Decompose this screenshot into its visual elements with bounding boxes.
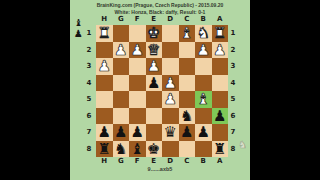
file-label-b: B bbox=[195, 15, 212, 24]
white-bishop: ♝ bbox=[195, 91, 212, 108]
square-c1[interactable]: ♝ bbox=[179, 25, 196, 42]
video-frame: BrainKing.com (Prague, Czech Republic) -… bbox=[0, 0, 320, 180]
black-king: ♚ bbox=[146, 141, 163, 158]
rank-label-7: 7 bbox=[229, 124, 237, 141]
white-pawn: ♟ bbox=[212, 42, 229, 59]
white-pawn: ♟ bbox=[129, 42, 146, 59]
captured-black-pieces-tray: ♝♟ bbox=[74, 17, 83, 39]
file-label-c: C bbox=[179, 15, 196, 24]
black-knight: ♞ bbox=[179, 108, 196, 125]
rank-label-8: 8 bbox=[85, 141, 93, 158]
white-pawn: ♟ bbox=[162, 75, 179, 92]
square-a1[interactable]: ♜ bbox=[212, 25, 229, 42]
square-d4[interactable]: ♟ bbox=[162, 75, 179, 92]
rank-label-6: 6 bbox=[85, 108, 93, 125]
square-g7[interactable]: ♟ bbox=[113, 124, 130, 141]
black-knight: ♞ bbox=[113, 141, 130, 158]
rank-label-5: 5 bbox=[229, 91, 237, 108]
square-c5[interactable] bbox=[179, 91, 196, 108]
square-h8[interactable]: ♜ bbox=[96, 141, 113, 158]
rank-label-4: 4 bbox=[229, 75, 237, 92]
square-g4[interactable] bbox=[113, 75, 130, 92]
square-f2[interactable]: ♟ bbox=[129, 42, 146, 59]
square-a6[interactable]: ♟ bbox=[212, 108, 229, 125]
square-h5[interactable] bbox=[96, 91, 113, 108]
square-a4[interactable] bbox=[212, 75, 229, 92]
rank-label-3: 3 bbox=[85, 58, 93, 75]
black-pawn: ♟ bbox=[113, 124, 130, 141]
square-g5[interactable] bbox=[113, 91, 130, 108]
square-f6[interactable] bbox=[129, 108, 146, 125]
square-g3[interactable] bbox=[113, 58, 130, 75]
square-d2[interactable] bbox=[162, 42, 179, 59]
rank-labels-right: 12345678 bbox=[229, 25, 237, 157]
black-pawn: ♟ bbox=[146, 75, 163, 92]
rank-label-4: 4 bbox=[85, 75, 93, 92]
file-labels-bottom: HGFEDCBA bbox=[96, 157, 228, 166]
black-rook: ♜ bbox=[212, 141, 229, 158]
square-h7[interactable]: ♟ bbox=[96, 124, 113, 141]
white-king: ♚ bbox=[146, 25, 163, 42]
square-b3[interactable] bbox=[195, 58, 212, 75]
black-pawn: ♟ bbox=[212, 108, 229, 125]
square-b1[interactable]: ♞ bbox=[195, 25, 212, 42]
rank-label-1: 1 bbox=[85, 25, 93, 42]
square-b4[interactable] bbox=[195, 75, 212, 92]
rank-label-5: 5 bbox=[85, 91, 93, 108]
square-a2[interactable]: ♟ bbox=[212, 42, 229, 59]
square-e1[interactable]: ♚ bbox=[146, 25, 163, 42]
file-label-g: G bbox=[113, 15, 130, 24]
square-c3[interactable] bbox=[179, 58, 196, 75]
rank-labels-left: 12345678 bbox=[85, 25, 93, 157]
square-g1[interactable] bbox=[113, 25, 130, 42]
black-pawn: ♟ bbox=[195, 124, 212, 141]
white-pawn: ♟ bbox=[113, 42, 130, 59]
file-label-e: E bbox=[146, 15, 163, 24]
square-b2[interactable]: ♟ bbox=[195, 42, 212, 59]
square-e8[interactable]: ♚ bbox=[146, 141, 163, 158]
rank-label-1: 1 bbox=[229, 25, 237, 42]
square-c2[interactable] bbox=[179, 42, 196, 59]
rank-label-2: 2 bbox=[229, 42, 237, 59]
square-f7[interactable]: ♟ bbox=[129, 124, 146, 141]
square-e5[interactable] bbox=[146, 91, 163, 108]
square-h6[interactable] bbox=[96, 108, 113, 125]
rank-label-8: 8 bbox=[229, 141, 237, 158]
square-h3[interactable]: ♟ bbox=[96, 58, 113, 75]
rank-label-7: 7 bbox=[85, 124, 93, 141]
file-label-e: E bbox=[146, 157, 163, 166]
square-g6[interactable] bbox=[113, 108, 130, 125]
move-caption: 9......axb5 bbox=[70, 166, 250, 172]
square-f5[interactable] bbox=[129, 91, 146, 108]
chess-diagram: BrainKing.com (Prague, Czech Republic) -… bbox=[70, 0, 250, 180]
square-d3[interactable] bbox=[162, 58, 179, 75]
white-queen: ♛ bbox=[146, 42, 163, 59]
file-label-a: A bbox=[212, 15, 229, 24]
square-b8[interactable] bbox=[195, 141, 212, 158]
captured-white-knight: ♞ bbox=[238, 139, 247, 150]
square-f3[interactable] bbox=[129, 58, 146, 75]
square-e6[interactable] bbox=[146, 108, 163, 125]
file-label-b: B bbox=[195, 157, 212, 166]
square-d8[interactable] bbox=[162, 141, 179, 158]
black-pawn: ♟ bbox=[129, 124, 146, 141]
file-label-h: H bbox=[96, 157, 113, 166]
square-a8[interactable]: ♜ bbox=[212, 141, 229, 158]
white-knight: ♞ bbox=[195, 25, 212, 42]
square-e3[interactable]: ♟ bbox=[146, 58, 163, 75]
black-pawn: ♟ bbox=[179, 124, 196, 141]
square-e2[interactable]: ♛ bbox=[146, 42, 163, 59]
event-title: BrainKing.com (Prague, Czech Republic) -… bbox=[70, 2, 250, 8]
chess-board: ♜♚♝♞♜♟♟♛♟♟♟♟♟♟♟♝♞♟♟♟♟♛♟♟♜♞♝♚♜ bbox=[96, 25, 228, 157]
white-rook: ♜ bbox=[96, 25, 113, 42]
file-label-f: F bbox=[129, 15, 146, 24]
square-a3[interactable] bbox=[212, 58, 229, 75]
square-e4[interactable]: ♟ bbox=[146, 75, 163, 92]
square-f1[interactable] bbox=[129, 25, 146, 42]
captured-white-pieces-tray: ♞ bbox=[238, 139, 247, 150]
file-label-a: A bbox=[212, 157, 229, 166]
rank-label-3: 3 bbox=[229, 58, 237, 75]
square-d7[interactable]: ♛ bbox=[162, 124, 179, 141]
file-labels-top: HGFEDCBA bbox=[96, 15, 228, 24]
black-rook: ♜ bbox=[96, 141, 113, 158]
square-h1[interactable]: ♜ bbox=[96, 25, 113, 42]
black-queen: ♛ bbox=[162, 124, 179, 141]
black-bishop: ♝ bbox=[129, 141, 146, 158]
white-pawn: ♟ bbox=[195, 42, 212, 59]
square-b7[interactable]: ♟ bbox=[195, 124, 212, 141]
file-label-f: F bbox=[129, 157, 146, 166]
square-g8[interactable]: ♞ bbox=[113, 141, 130, 158]
square-d5[interactable]: ♟ bbox=[162, 91, 179, 108]
file-label-c: C bbox=[179, 157, 196, 166]
square-d1[interactable] bbox=[162, 25, 179, 42]
square-h2[interactable] bbox=[96, 42, 113, 59]
square-a7[interactable] bbox=[212, 124, 229, 141]
square-c7[interactable]: ♟ bbox=[179, 124, 196, 141]
square-g2[interactable]: ♟ bbox=[113, 42, 130, 59]
square-f8[interactable]: ♝ bbox=[129, 141, 146, 158]
white-pawn: ♟ bbox=[162, 91, 179, 108]
square-c4[interactable] bbox=[179, 75, 196, 92]
captured-black-bishop: ♝ bbox=[74, 17, 83, 28]
square-a5[interactable] bbox=[212, 91, 229, 108]
square-d6[interactable] bbox=[162, 108, 179, 125]
white-rook: ♜ bbox=[212, 25, 229, 42]
rank-label-2: 2 bbox=[85, 42, 93, 59]
captured-black-pawn: ♟ bbox=[74, 28, 83, 39]
white-pawn: ♟ bbox=[96, 58, 113, 75]
square-f4[interactable] bbox=[129, 75, 146, 92]
black-pawn: ♟ bbox=[96, 124, 113, 141]
square-b6[interactable] bbox=[195, 108, 212, 125]
file-label-h: H bbox=[96, 15, 113, 24]
square-c8[interactable] bbox=[179, 141, 196, 158]
square-h4[interactable] bbox=[96, 75, 113, 92]
white-pawn: ♟ bbox=[146, 58, 163, 75]
rank-label-6: 6 bbox=[229, 108, 237, 125]
square-b5[interactable]: ♝ bbox=[195, 91, 212, 108]
square-e7[interactable] bbox=[146, 124, 163, 141]
square-c6[interactable]: ♞ bbox=[179, 108, 196, 125]
file-label-g: G bbox=[113, 157, 130, 166]
file-label-d: D bbox=[162, 157, 179, 166]
file-label-d: D bbox=[162, 15, 179, 24]
white-bishop: ♝ bbox=[179, 25, 196, 42]
